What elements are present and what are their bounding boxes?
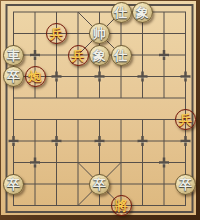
piece-glyph: 兵: [72, 49, 85, 62]
piece-glyph: 兵: [50, 27, 63, 40]
piece-glyph: 兵: [179, 113, 192, 126]
piece-ivory-elephant[interactable]: 象: [132, 2, 153, 23]
piece-glyph: 仕: [115, 49, 128, 62]
piece-ivory-general[interactable]: 帅: [89, 23, 110, 44]
piece-red-general[interactable]: 將: [111, 195, 132, 216]
piece-glyph: 象: [93, 49, 106, 62]
piece-red-pawn[interactable]: 兵: [46, 23, 67, 44]
piece-red-pawn[interactable]: 兵: [175, 109, 196, 130]
piece-ivory-pawn[interactable]: 卒: [89, 174, 110, 195]
piece-ivory-advisor[interactable]: 仕: [111, 45, 132, 66]
piece-red-pawn[interactable]: 兵: [68, 45, 89, 66]
piece-glyph: 卒: [7, 178, 20, 191]
piece-glyph: 炮: [29, 70, 42, 83]
piece-ivory-pawn[interactable]: 卒: [3, 174, 24, 195]
piece-glyph: 卒: [179, 178, 192, 191]
piece-ivory-elephant[interactable]: 象: [89, 45, 110, 66]
piece-red-cannon[interactable]: 炮: [25, 66, 46, 87]
piece-glyph: 卒: [93, 178, 106, 191]
piece-ivory-advisor[interactable]: 仕: [111, 2, 132, 23]
piece-ivory-pawn[interactable]: 卒: [175, 174, 196, 195]
piece-ivory-chariot[interactable]: 車: [3, 45, 24, 66]
piece-glyph: 卒: [7, 70, 20, 83]
piece-ivory-pawn[interactable]: 卒: [3, 66, 24, 87]
piece-glyph: 仕: [115, 6, 128, 19]
piece-glyph: 帅: [93, 27, 106, 40]
piece-glyph: 車: [7, 49, 20, 62]
piece-glyph: 象: [136, 6, 149, 19]
piece-glyph: 將: [115, 199, 128, 212]
xiangqi-board: 仕象兵帅車兵象仕卒炮兵卒卒卒將: [0, 0, 200, 220]
